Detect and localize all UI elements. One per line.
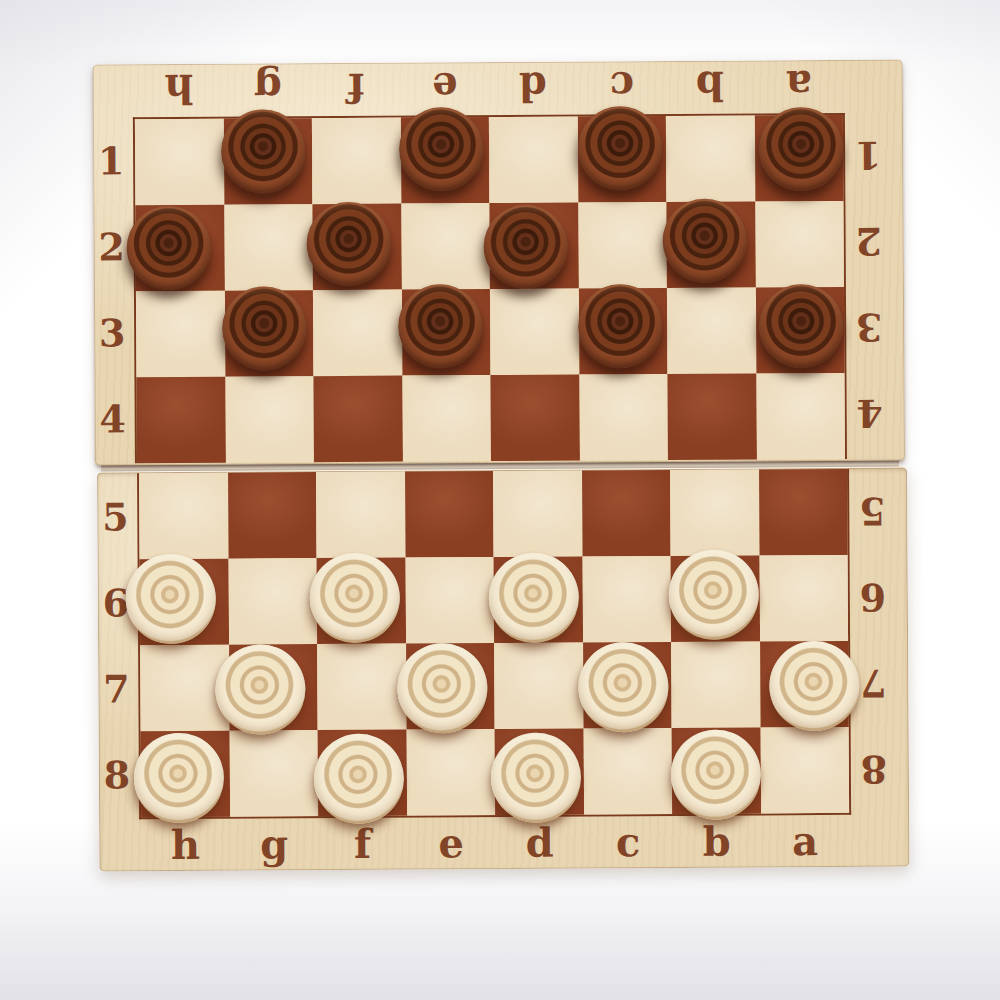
square-a8: [760, 727, 849, 814]
square-c8: [583, 728, 672, 815]
checker-light-b6[interactable]: ⛀: [669, 549, 760, 640]
square-e6: [405, 557, 494, 644]
square-e8: [406, 729, 495, 816]
square-h1: [135, 119, 224, 206]
rank-label-right-2: 2: [845, 199, 892, 285]
checker-light-f6[interactable]: ⛀: [310, 553, 401, 644]
checker-dark-c1[interactable]: ⛂: [578, 106, 663, 191]
square-c2: [578, 202, 667, 289]
square-h3: [136, 291, 225, 378]
checker-light-f8[interactable]: ⛀: [314, 734, 405, 825]
square-c5[interactable]: [582, 470, 671, 557]
rank-label-left-2: 2: [93, 203, 130, 289]
square-a5[interactable]: [759, 469, 848, 556]
square-d3: [490, 289, 579, 376]
square-g8: [229, 730, 318, 817]
file-label-top-a: a: [754, 60, 843, 113]
square-f7: [317, 644, 406, 731]
square-b5: [670, 469, 759, 556]
rank-label-left-4: 4: [94, 375, 131, 461]
checker-light-e7[interactable]: ⛀: [397, 643, 488, 734]
square-a6: [759, 555, 848, 642]
checker-light-h8[interactable]: ⛀: [134, 733, 225, 824]
square-e5[interactable]: [405, 471, 494, 558]
checker-dark-b2[interactable]: ⛂: [663, 198, 748, 283]
rank-label-left-8: 8: [99, 731, 136, 817]
square-f4[interactable]: [313, 376, 402, 463]
file-label-bottom-f: f: [318, 819, 407, 868]
checkers-board: hgfedcba11223344⛂⛂⛂⛂⛂⛂⛂⛂⛂⛂⛂⛂ hgfedcba556…: [93, 60, 908, 871]
file-label-top-d: d: [489, 62, 578, 115]
file-label-bottom-b: b: [672, 816, 761, 865]
checker-dark-a1[interactable]: ⛂: [759, 107, 844, 192]
square-a2: [755, 201, 844, 288]
rank-label-right-6: 6: [850, 555, 897, 641]
board-top-half: hgfedcba11223344⛂⛂⛂⛂⛂⛂⛂⛂⛂⛂⛂⛂: [93, 60, 905, 466]
square-g2: [224, 204, 313, 291]
square-c4: [579, 374, 668, 461]
file-label-top-h: h: [135, 64, 224, 117]
rank-label-right-5: 5: [849, 469, 896, 555]
square-d4[interactable]: [490, 375, 579, 462]
checker-dark-f2[interactable]: ⛂: [307, 202, 392, 287]
square-a4: [756, 373, 845, 460]
square-h4[interactable]: [136, 377, 225, 464]
checker-dark-a3[interactable]: ⛂: [759, 284, 844, 369]
file-label-bottom-c: c: [584, 817, 673, 866]
checker-dark-g1[interactable]: ⛂: [221, 109, 306, 194]
square-b1: [666, 115, 755, 202]
checker-light-d6[interactable]: ⛀: [489, 553, 580, 644]
checker-dark-e3[interactable]: ⛂: [398, 284, 483, 369]
file-label-bottom-h: h: [141, 820, 230, 869]
rank-label-left-5: 5: [97, 473, 134, 559]
checker-dark-h2[interactable]: ⛂: [127, 206, 212, 291]
file-label-bottom-a: a: [761, 816, 850, 865]
checker-dark-g3[interactable]: ⛂: [222, 286, 307, 371]
checker-dark-c3[interactable]: ⛂: [578, 284, 663, 369]
file-label-top-g: g: [223, 63, 312, 116]
file-label-top-f: f: [312, 63, 401, 116]
file-label-bottom-e: e: [407, 818, 496, 867]
checker-light-c7[interactable]: ⛀: [578, 642, 669, 733]
square-e2: [401, 203, 490, 290]
square-b4[interactable]: [667, 373, 756, 460]
rank-label-left-3: 3: [94, 289, 131, 375]
square-d7: [494, 642, 583, 729]
checker-light-a7[interactable]: ⛀: [769, 641, 860, 732]
file-label-bottom-g: g: [230, 819, 319, 868]
checker-light-d8[interactable]: ⛀: [491, 733, 582, 824]
board-bottom-half: hgfedcba55667788⛀⛀⛀⛀⛀⛀⛀⛀⛀⛀⛀⛀: [97, 467, 909, 872]
file-label-top-b: b: [666, 60, 755, 113]
square-d5: [493, 471, 582, 558]
file-label-bottom-d: d: [495, 817, 584, 866]
rank-label-right-1: 1: [845, 113, 892, 199]
rank-label-left-1: 1: [93, 117, 130, 203]
square-g6: [228, 558, 317, 645]
checker-dark-d2[interactable]: ⛂: [484, 205, 569, 290]
rank-label-right-8: 8: [851, 727, 898, 813]
square-h5: [139, 473, 228, 560]
rank-label-right-3: 3: [846, 285, 893, 371]
square-g4: [225, 376, 314, 463]
square-b3: [667, 287, 756, 374]
square-e4: [402, 375, 491, 462]
photo-backdrop: hgfedcba11223344⛂⛂⛂⛂⛂⛂⛂⛂⛂⛂⛂⛂ hgfedcba556…: [0, 0, 1000, 1000]
checker-light-g7[interactable]: ⛀: [215, 644, 306, 735]
square-c6: [582, 556, 671, 643]
rank-label-left-7: 7: [98, 645, 135, 731]
checker-light-h6[interactable]: ⛀: [126, 554, 217, 645]
square-f1: [312, 118, 401, 205]
square-f3: [313, 290, 402, 377]
checker-dark-e1[interactable]: ⛂: [399, 107, 484, 192]
square-d1: [489, 117, 578, 204]
rank-label-right-4: 4: [846, 371, 893, 457]
square-f5: [316, 472, 405, 559]
square-b7: [671, 641, 760, 728]
square-g5[interactable]: [228, 472, 317, 559]
checker-light-b8[interactable]: ⛀: [671, 729, 762, 820]
